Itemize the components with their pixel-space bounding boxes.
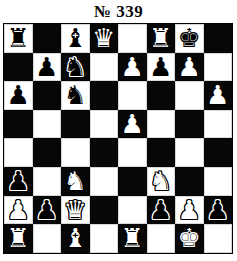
black-rook-a8: ♜ <box>7 24 30 53</box>
square-c5[interactable] <box>61 110 90 139</box>
white-rook-a1: ♜ <box>7 224 30 253</box>
square-e6[interactable] <box>118 81 147 110</box>
square-b7[interactable]: ♟ <box>33 53 62 82</box>
square-f1[interactable] <box>147 224 176 253</box>
white-knight-f3: ♞ <box>149 167 172 196</box>
square-d2[interactable] <box>90 196 119 225</box>
square-a4[interactable] <box>4 138 33 167</box>
white-bishop-c1: ♝ <box>64 224 87 253</box>
square-c7[interactable]: ♞ <box>61 53 90 82</box>
square-h7[interactable] <box>204 53 233 82</box>
problem-number-title: № 339 <box>0 0 237 22</box>
square-f8[interactable]: ♜ <box>147 24 176 53</box>
square-c1[interactable]: ♝ <box>61 224 90 253</box>
black-knight-c6: ♞ <box>64 81 87 110</box>
black-pawn-b7: ♟ <box>35 53 58 82</box>
chess-board: ♜♝♛♜♚♟♞♟♟♟♟♞♟♟♟♞♞♟♟♛♟♟♟♜♝♜♚ <box>3 23 233 254</box>
square-h3[interactable] <box>204 167 233 196</box>
square-a7[interactable] <box>4 53 33 82</box>
square-e5[interactable]: ♟ <box>118 110 147 139</box>
square-b5[interactable] <box>33 110 62 139</box>
square-h8[interactable] <box>204 24 233 53</box>
white-knight-c3: ♞ <box>64 167 87 196</box>
square-c8[interactable]: ♝ <box>61 24 90 53</box>
square-c2[interactable]: ♛ <box>61 196 90 225</box>
square-d1[interactable] <box>90 224 119 253</box>
square-h5[interactable] <box>204 110 233 139</box>
white-pawn-g2: ♟ <box>178 196 201 225</box>
square-g2[interactable]: ♟ <box>175 196 204 225</box>
square-g5[interactable] <box>175 110 204 139</box>
square-g4[interactable] <box>175 138 204 167</box>
white-queen-d8: ♛ <box>92 24 115 53</box>
white-pawn-h6: ♟ <box>206 81 229 110</box>
square-d8[interactable]: ♛ <box>90 24 119 53</box>
chess-problem-page: № 339 ♜♝♛♜♚♟♞♟♟♟♟♞♟♟♟♞♞♟♟♛♟♟♟♜♝♜♚ <box>0 0 237 261</box>
square-b1[interactable] <box>33 224 62 253</box>
square-d3[interactable] <box>90 167 119 196</box>
square-a8[interactable]: ♜ <box>4 24 33 53</box>
white-pawn-e7: ♟ <box>121 53 144 82</box>
square-f6[interactable] <box>147 81 176 110</box>
square-a6[interactable]: ♟ <box>4 81 33 110</box>
square-f2[interactable]: ♟ <box>147 196 176 225</box>
black-pawn-f7: ♟ <box>149 53 172 82</box>
square-a5[interactable] <box>4 110 33 139</box>
black-pawn-f2: ♟ <box>149 196 172 225</box>
square-e4[interactable] <box>118 138 147 167</box>
square-f4[interactable] <box>147 138 176 167</box>
square-g8[interactable]: ♚ <box>175 24 204 53</box>
square-f7[interactable]: ♟ <box>147 53 176 82</box>
square-h2[interactable]: ♟ <box>204 196 233 225</box>
square-b6[interactable] <box>33 81 62 110</box>
white-pawn-g7: ♟ <box>178 53 201 82</box>
black-pawn-a3: ♟ <box>7 167 30 196</box>
square-c6[interactable]: ♞ <box>61 81 90 110</box>
black-pawn-a6: ♟ <box>7 81 30 110</box>
square-d5[interactable] <box>90 110 119 139</box>
square-g7[interactable]: ♟ <box>175 53 204 82</box>
black-bishop-c8: ♝ <box>64 24 87 53</box>
square-f5[interactable] <box>147 110 176 139</box>
white-king-g1: ♚ <box>178 224 201 253</box>
square-h6[interactable]: ♟ <box>204 81 233 110</box>
white-rook-e1: ♜ <box>121 224 144 253</box>
square-a3[interactable]: ♟ <box>4 167 33 196</box>
square-d4[interactable] <box>90 138 119 167</box>
white-queen-c2: ♛ <box>64 196 87 225</box>
square-a1[interactable]: ♜ <box>4 224 33 253</box>
square-d6[interactable] <box>90 81 119 110</box>
square-e8[interactable] <box>118 24 147 53</box>
square-d7[interactable] <box>90 53 119 82</box>
white-pawn-e5: ♟ <box>121 110 144 139</box>
square-b8[interactable] <box>33 24 62 53</box>
white-pawn-a2: ♟ <box>7 196 30 225</box>
square-h1[interactable] <box>204 224 233 253</box>
square-g6[interactable] <box>175 81 204 110</box>
square-e7[interactable]: ♟ <box>118 53 147 82</box>
square-g3[interactable] <box>175 167 204 196</box>
black-pawn-b2: ♟ <box>35 196 58 225</box>
square-a2[interactable]: ♟ <box>4 196 33 225</box>
black-pawn-h2: ♟ <box>206 196 229 225</box>
square-e1[interactable]: ♜ <box>118 224 147 253</box>
square-c3[interactable]: ♞ <box>61 167 90 196</box>
square-h4[interactable] <box>204 138 233 167</box>
white-rook-f8: ♜ <box>149 24 172 53</box>
square-g1[interactable]: ♚ <box>175 224 204 253</box>
black-king-g8: ♚ <box>178 24 201 53</box>
square-b2[interactable]: ♟ <box>33 196 62 225</box>
black-knight-c7: ♞ <box>64 53 87 82</box>
square-b4[interactable] <box>33 138 62 167</box>
board-wrapper: ♜♝♛♜♚♟♞♟♟♟♟♞♟♟♟♞♞♟♟♛♟♟♟♜♝♜♚ <box>3 23 237 254</box>
square-e2[interactable] <box>118 196 147 225</box>
square-e3[interactable] <box>118 167 147 196</box>
square-f3[interactable]: ♞ <box>147 167 176 196</box>
square-b3[interactable] <box>33 167 62 196</box>
square-c4[interactable] <box>61 138 90 167</box>
